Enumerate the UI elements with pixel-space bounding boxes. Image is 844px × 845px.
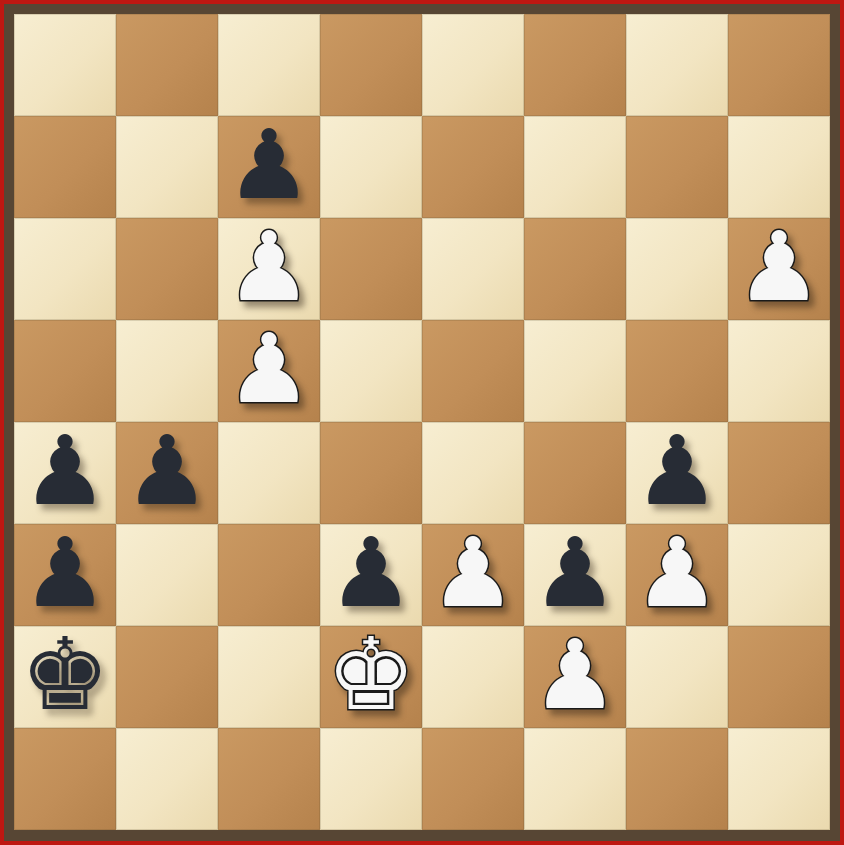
square-f2[interactable]: ♟ [524,626,626,728]
square-f5[interactable] [524,320,626,422]
square-b7[interactable] [116,116,218,218]
white-pawn[interactable]: ♟ [226,321,312,417]
square-g4[interactable]: ♟ [626,422,728,524]
black-king[interactable]: ♚ [20,625,110,725]
square-g8[interactable] [626,14,728,116]
square-a4[interactable]: ♟ [14,422,116,524]
square-h1[interactable] [728,728,830,830]
square-d7[interactable] [320,116,422,218]
square-f3[interactable]: ♟ [524,524,626,626]
square-h8[interactable] [728,14,830,116]
square-e3[interactable]: ♟ [422,524,524,626]
square-a2[interactable]: ♚ [14,626,116,728]
square-a1[interactable] [14,728,116,830]
square-f1[interactable] [524,728,626,830]
square-c1[interactable] [218,728,320,830]
white-pawn[interactable]: ♟ [736,219,822,315]
square-c6[interactable]: ♟ [218,218,320,320]
square-d5[interactable] [320,320,422,422]
square-d1[interactable] [320,728,422,830]
square-h2[interactable] [728,626,830,728]
black-pawn[interactable]: ♟ [22,525,108,621]
square-e6[interactable] [422,218,524,320]
square-h7[interactable] [728,116,830,218]
square-a3[interactable]: ♟ [14,524,116,626]
square-b3[interactable] [116,524,218,626]
square-d8[interactable] [320,14,422,116]
black-pawn[interactable]: ♟ [532,525,618,621]
white-pawn[interactable]: ♟ [430,525,516,621]
square-g2[interactable] [626,626,728,728]
square-e7[interactable] [422,116,524,218]
square-d3[interactable]: ♟ [320,524,422,626]
square-a8[interactable] [14,14,116,116]
square-e1[interactable] [422,728,524,830]
square-e8[interactable] [422,14,524,116]
black-pawn[interactable]: ♟ [226,117,312,213]
square-a7[interactable] [14,116,116,218]
square-b5[interactable] [116,320,218,422]
square-c4[interactable] [218,422,320,524]
square-c2[interactable] [218,626,320,728]
black-pawn[interactable]: ♟ [634,423,720,519]
board-frame: ♟♟♟♟♟♟♟♟♟♟♟♟♚♚♟ [0,0,844,845]
square-b1[interactable] [116,728,218,830]
white-pawn[interactable]: ♟ [226,219,312,315]
square-h3[interactable] [728,524,830,626]
square-c5[interactable]: ♟ [218,320,320,422]
square-g6[interactable] [626,218,728,320]
black-pawn[interactable]: ♟ [124,423,210,519]
white-pawn[interactable]: ♟ [532,627,618,723]
square-g5[interactable] [626,320,728,422]
square-d2[interactable]: ♚ [320,626,422,728]
square-f8[interactable] [524,14,626,116]
square-d4[interactable] [320,422,422,524]
black-pawn[interactable]: ♟ [22,423,108,519]
board: ♟♟♟♟♟♟♟♟♟♟♟♟♚♚♟ [14,14,830,830]
white-pawn[interactable]: ♟ [634,525,720,621]
square-g7[interactable] [626,116,728,218]
square-a6[interactable] [14,218,116,320]
square-f4[interactable] [524,422,626,524]
white-king[interactable]: ♚ [326,625,416,725]
square-c3[interactable] [218,524,320,626]
square-g1[interactable] [626,728,728,830]
square-h6[interactable]: ♟ [728,218,830,320]
square-f7[interactable] [524,116,626,218]
black-pawn[interactable]: ♟ [328,525,414,621]
square-c7[interactable]: ♟ [218,116,320,218]
square-d6[interactable] [320,218,422,320]
square-a5[interactable] [14,320,116,422]
square-b4[interactable]: ♟ [116,422,218,524]
square-g3[interactable]: ♟ [626,524,728,626]
square-b2[interactable] [116,626,218,728]
square-e4[interactable] [422,422,524,524]
square-e2[interactable] [422,626,524,728]
square-h5[interactable] [728,320,830,422]
square-b8[interactable] [116,14,218,116]
square-f6[interactable] [524,218,626,320]
square-e5[interactable] [422,320,524,422]
square-h4[interactable] [728,422,830,524]
square-c8[interactable] [218,14,320,116]
square-b6[interactable] [116,218,218,320]
